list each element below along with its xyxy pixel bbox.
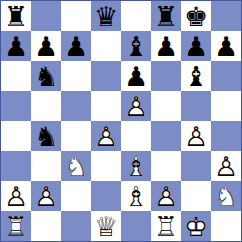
piece-black-rook: ♜: [1, 1, 31, 31]
square-d3[interactable]: [91, 151, 121, 181]
square-a2[interactable]: ♟♙: [1, 181, 31, 211]
square-h7[interactable]: ♟: [211, 31, 241, 61]
piece-glyph-solid: ♝: [181, 61, 211, 91]
square-f7[interactable]: ♟: [151, 31, 181, 61]
square-d8[interactable]: ♛: [91, 1, 121, 31]
square-a7[interactable]: ♟: [1, 31, 31, 61]
piece-white-king: ♚♔: [181, 211, 211, 241]
square-f8[interactable]: ♜: [151, 1, 181, 31]
square-h5[interactable]: [211, 91, 241, 121]
square-g2[interactable]: [181, 181, 211, 211]
square-e7[interactable]: ♝: [121, 31, 151, 61]
piece-glyph-solid: ♞: [31, 61, 61, 91]
square-g4[interactable]: ♟♙: [181, 121, 211, 151]
piece-black-king: ♚: [181, 1, 211, 31]
square-a6[interactable]: [1, 61, 31, 91]
piece-white-pawn: ♟♙: [121, 91, 151, 121]
square-f1[interactable]: ♜♖: [151, 211, 181, 241]
piece-black-pawn: ♟: [151, 31, 181, 61]
square-d7[interactable]: [91, 31, 121, 61]
piece-glyph-outline: ♕: [91, 211, 121, 241]
piece-glyph-outline: ♙: [31, 181, 61, 211]
piece-glyph-solid: ♟: [31, 31, 61, 61]
square-f2[interactable]: ♟♙: [151, 181, 181, 211]
piece-white-pawn: ♟♙: [211, 151, 241, 181]
square-a5[interactable]: [1, 91, 31, 121]
square-b3[interactable]: [31, 151, 61, 181]
square-g7[interactable]: ♟: [181, 31, 211, 61]
square-h4[interactable]: [211, 121, 241, 151]
square-c5[interactable]: [61, 91, 91, 121]
piece-black-bishop: ♝: [181, 61, 211, 91]
square-g8[interactable]: ♚: [181, 1, 211, 31]
square-b6[interactable]: ♞: [31, 61, 61, 91]
piece-glyph-outline: ♘: [61, 151, 91, 181]
piece-glyph-outline: ♙: [151, 181, 181, 211]
piece-glyph-outline: ♗: [121, 181, 151, 211]
square-g1[interactable]: ♚♔: [181, 211, 211, 241]
piece-glyph-solid: ♛: [91, 1, 121, 31]
piece-glyph-outline: ♖: [151, 211, 181, 241]
square-b7[interactable]: ♟: [31, 31, 61, 61]
piece-white-bishop: ♝♗: [121, 151, 151, 181]
piece-glyph-solid: ♟: [151, 31, 181, 61]
piece-black-bishop: ♝: [121, 31, 151, 61]
square-c2[interactable]: [61, 181, 91, 211]
piece-glyph-solid: ♞: [31, 121, 61, 151]
square-a3[interactable]: [1, 151, 31, 181]
piece-black-knight: ♞: [31, 61, 61, 91]
piece-white-rook: ♜♖: [151, 211, 181, 241]
piece-glyph-outline: ♙: [91, 121, 121, 151]
piece-glyph-solid: ♝: [121, 31, 151, 61]
square-b5[interactable]: [31, 91, 61, 121]
square-c4[interactable]: [61, 121, 91, 151]
piece-glyph-solid: ♟: [211, 31, 241, 61]
square-b2[interactable]: ♟♙: [31, 181, 61, 211]
piece-black-pawn: ♟: [181, 31, 211, 61]
square-h1[interactable]: [211, 211, 241, 241]
piece-white-pawn: ♟♙: [181, 121, 211, 151]
piece-white-pawn: ♟♙: [91, 121, 121, 151]
square-h2[interactable]: ♞♘: [211, 181, 241, 211]
piece-glyph-solid: ♟: [181, 31, 211, 61]
piece-black-pawn: ♟: [1, 31, 31, 61]
piece-glyph-solid: ♟: [1, 31, 31, 61]
piece-white-pawn: ♟♙: [31, 181, 61, 211]
square-e6[interactable]: ♟: [121, 61, 151, 91]
piece-black-rook: ♜: [151, 1, 181, 31]
piece-glyph-solid: ♟: [61, 31, 91, 61]
piece-glyph-outline: ♙: [211, 151, 241, 181]
square-b1[interactable]: [31, 211, 61, 241]
square-e1[interactable]: [121, 211, 151, 241]
square-g3[interactable]: [181, 151, 211, 181]
piece-white-bishop: ♝♗: [121, 181, 151, 211]
square-c6[interactable]: [61, 61, 91, 91]
square-h6[interactable]: [211, 61, 241, 91]
piece-black-pawn: ♟: [61, 31, 91, 61]
square-b4[interactable]: ♞: [31, 121, 61, 151]
square-h8[interactable]: [211, 1, 241, 31]
piece-black-pawn: ♟: [31, 31, 61, 61]
square-c1[interactable]: [61, 211, 91, 241]
square-f4[interactable]: [151, 121, 181, 151]
piece-black-queen: ♛: [91, 1, 121, 31]
square-d5[interactable]: [91, 91, 121, 121]
square-f5[interactable]: [151, 91, 181, 121]
square-a1[interactable]: ♜♖: [1, 211, 31, 241]
chess-board: ♜♛♜♚♟♟♟♝♟♟♟♞♟♝♟♙♞♟♙♟♙♞♘♝♗♟♙♟♙♟♙♝♗♟♙♞♘♜♖♛…: [0, 0, 242, 242]
square-d6[interactable]: [91, 61, 121, 91]
piece-glyph-solid: ♜: [1, 1, 31, 31]
square-c3[interactable]: ♞♘: [61, 151, 91, 181]
piece-white-knight: ♞♘: [61, 151, 91, 181]
piece-white-queen: ♛♕: [91, 211, 121, 241]
square-d4[interactable]: ♟♙: [91, 121, 121, 151]
piece-glyph-outline: ♙: [1, 181, 31, 211]
piece-glyph-outline: ♙: [181, 121, 211, 151]
square-e3[interactable]: ♝♗: [121, 151, 151, 181]
piece-white-knight: ♞♘: [211, 181, 241, 211]
piece-white-pawn: ♟♙: [1, 181, 31, 211]
piece-black-pawn: ♟: [211, 31, 241, 61]
piece-black-knight: ♞: [31, 121, 61, 151]
square-d2[interactable]: [91, 181, 121, 211]
square-c8[interactable]: [61, 1, 91, 31]
square-e4[interactable]: [121, 121, 151, 151]
piece-black-pawn: ♟: [121, 61, 151, 91]
square-d1[interactable]: ♛♕: [91, 211, 121, 241]
square-e5[interactable]: ♟♙: [121, 91, 151, 121]
piece-glyph-solid: ♟: [121, 61, 151, 91]
piece-glyph-outline: ♔: [181, 211, 211, 241]
piece-white-pawn: ♟♙: [151, 181, 181, 211]
square-g6[interactable]: ♝: [181, 61, 211, 91]
piece-glyph-outline: ♖: [1, 211, 31, 241]
square-h3[interactable]: ♟♙: [211, 151, 241, 181]
square-a8[interactable]: ♜: [1, 1, 31, 31]
square-e2[interactable]: ♝♗: [121, 181, 151, 211]
square-f6[interactable]: [151, 61, 181, 91]
square-f3[interactable]: [151, 151, 181, 181]
piece-glyph-solid: ♜: [151, 1, 181, 31]
square-c7[interactable]: ♟: [61, 31, 91, 61]
piece-glyph-outline: ♘: [211, 181, 241, 211]
piece-glyph-solid: ♚: [181, 1, 211, 31]
square-g5[interactable]: [181, 91, 211, 121]
piece-white-rook: ♜♖: [1, 211, 31, 241]
square-b8[interactable]: [31, 1, 61, 31]
square-e8[interactable]: [121, 1, 151, 31]
piece-glyph-outline: ♗: [121, 151, 151, 181]
square-a4[interactable]: [1, 121, 31, 151]
piece-glyph-outline: ♙: [121, 91, 151, 121]
